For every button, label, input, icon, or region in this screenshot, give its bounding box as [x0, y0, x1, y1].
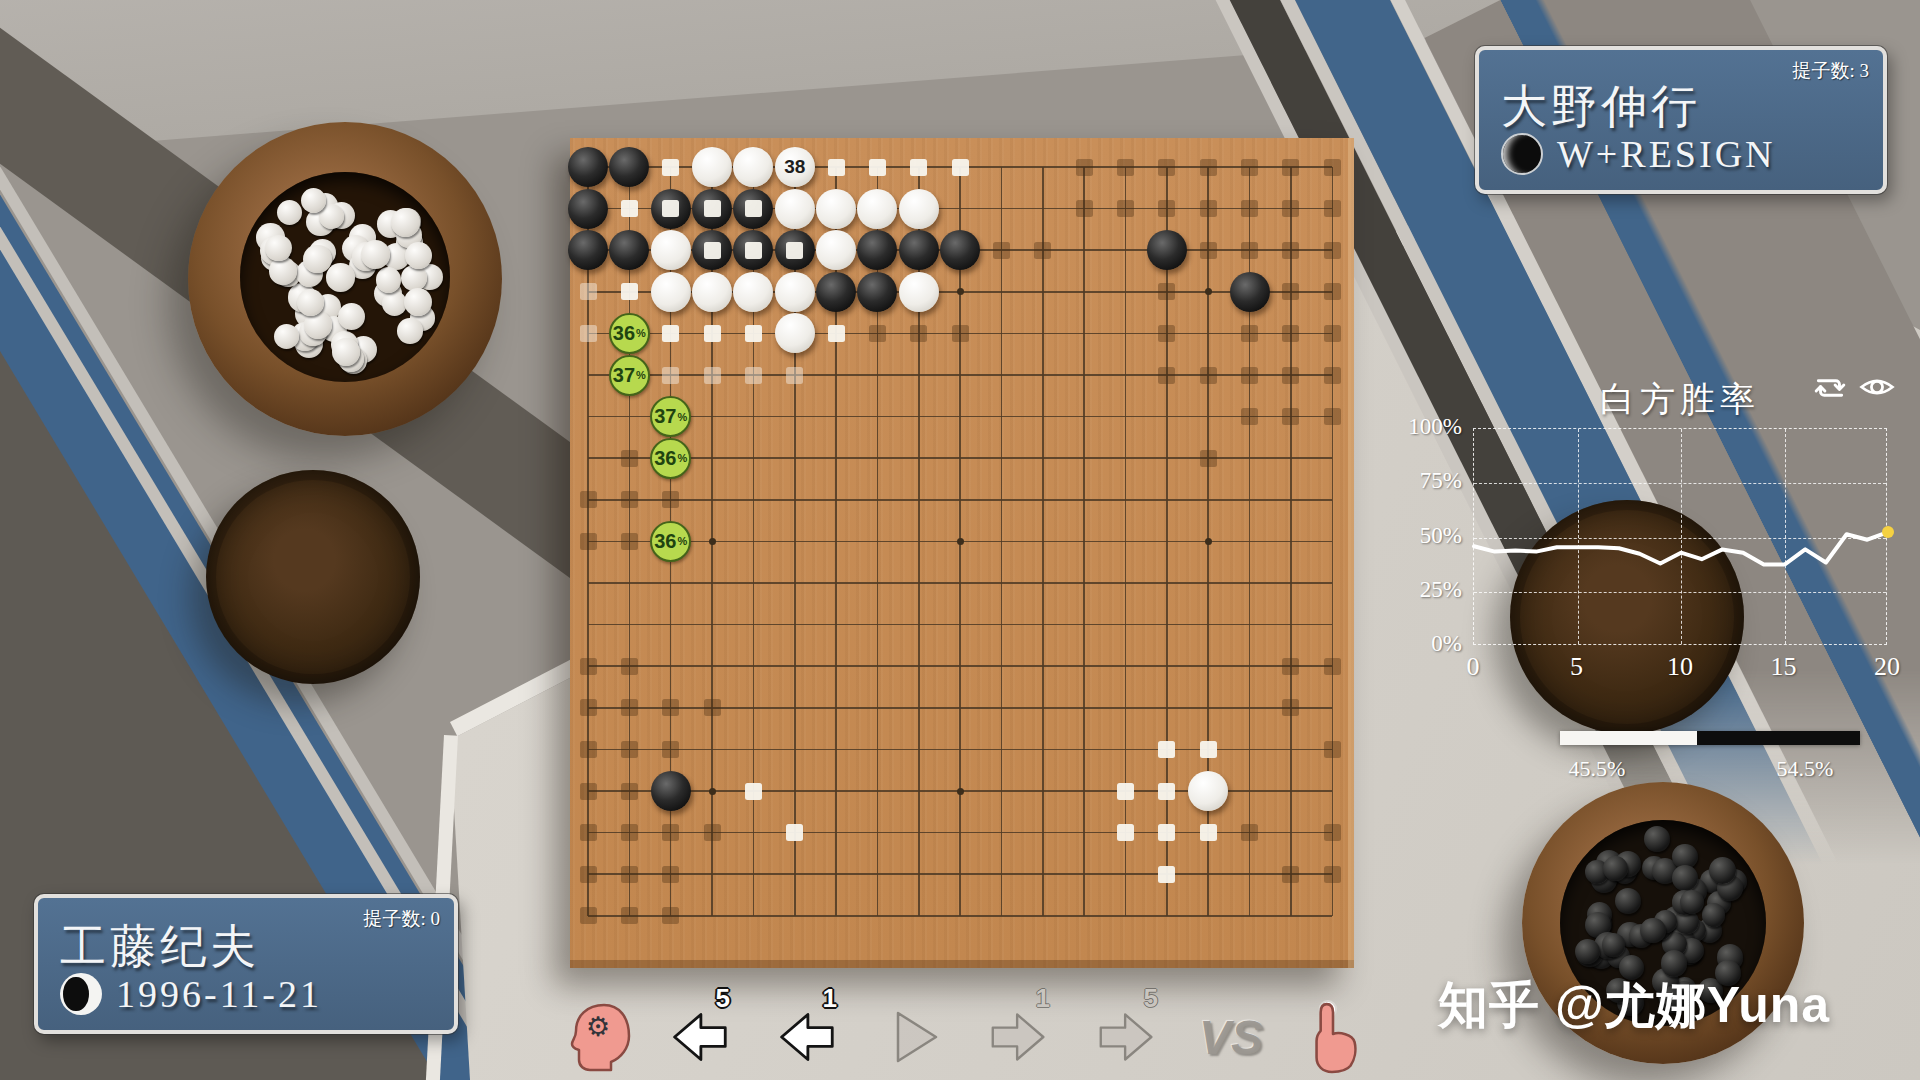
play-button[interactable]	[892, 995, 942, 1079]
white-winrate-label: 45.5%	[1552, 756, 1642, 782]
black-territory-mark	[580, 866, 597, 883]
black-stone	[609, 230, 649, 270]
black-territory-mark	[1282, 200, 1299, 217]
forward-1-button[interactable]: 1	[988, 995, 1050, 1079]
white-territory-mark	[704, 367, 721, 384]
black-territory-mark	[993, 242, 1010, 259]
white-bowl-stone	[401, 265, 427, 291]
black-stone	[568, 230, 608, 270]
white-bowl-stone	[297, 289, 324, 316]
black-bowl-stone	[1603, 856, 1628, 881]
black-winrate-label: 54.5%	[1760, 756, 1850, 782]
black-territory-mark	[1158, 325, 1175, 342]
black-territory-mark	[1324, 824, 1341, 841]
black-bowl-stone	[1575, 939, 1600, 964]
white-bowl-stone	[269, 257, 297, 285]
black-territory-mark	[1200, 450, 1217, 467]
go-review-app: 3836%37%37%36%36% 提子数: 3 大野伸行 W+RESIGN 提…	[0, 0, 1920, 1080]
winrate-bar	[1560, 731, 1860, 745]
black-territory-mark	[1076, 159, 1093, 176]
white-territory-mark	[828, 325, 845, 342]
white-territory-mark	[580, 283, 597, 300]
black-territory-mark	[1324, 242, 1341, 259]
black-territory-mark	[1324, 408, 1341, 425]
star-point	[957, 288, 964, 295]
black-territory-mark	[1034, 242, 1051, 259]
black-territory-mark	[1324, 367, 1341, 384]
grid-line-h	[588, 707, 1332, 709]
white-territory-mark	[704, 325, 721, 342]
white-bowl-stone	[376, 267, 401, 292]
black-stone	[816, 272, 856, 312]
black-territory-mark	[1241, 159, 1258, 176]
black-territory-mark	[1158, 159, 1175, 176]
star-point	[957, 538, 964, 545]
black-territory-mark	[1076, 200, 1093, 217]
black-bowl-stone	[1680, 890, 1704, 914]
white-stone	[733, 272, 773, 312]
black-territory-mark	[1117, 200, 1134, 217]
black-territory-mark	[580, 783, 597, 800]
white-stone	[692, 147, 732, 187]
black-territory-mark	[580, 658, 597, 675]
white-territory-mark	[745, 783, 762, 800]
black-territory-mark	[621, 866, 638, 883]
grid-line-v	[1042, 167, 1044, 916]
black-stone	[568, 189, 608, 229]
white-territory-mark	[1158, 783, 1175, 800]
go-board[interactable]: 3836%37%37%36%36%	[570, 138, 1354, 968]
versus-button[interactable]: VS	[1198, 995, 1264, 1079]
black-territory-mark	[621, 658, 638, 675]
white-territory-mark	[704, 242, 721, 259]
star-point	[709, 538, 716, 545]
black-territory-mark	[1241, 367, 1258, 384]
black-territory-mark	[621, 699, 638, 716]
black-territory-mark	[1241, 200, 1258, 217]
captures-count-top: 提子数: 3	[1792, 58, 1869, 84]
black-territory-mark	[910, 325, 927, 342]
black-territory-mark	[704, 824, 721, 841]
move-number: 38	[784, 156, 805, 178]
white-stone	[651, 272, 691, 312]
white-territory-mark	[1117, 824, 1134, 841]
star-point	[1205, 538, 1212, 545]
white-territory-mark	[621, 200, 638, 217]
black-territory-mark	[1200, 367, 1217, 384]
black-territory-mark	[662, 907, 679, 924]
replay-icon[interactable]	[1812, 372, 1848, 408]
black-territory-mark	[704, 699, 721, 716]
star-point	[709, 788, 716, 795]
white-stone	[857, 189, 897, 229]
black-territory-mark	[952, 325, 969, 342]
black-territory-mark	[1282, 242, 1299, 259]
star-point	[1205, 288, 1212, 295]
white-territory-mark	[745, 242, 762, 259]
white-territory-mark	[662, 159, 679, 176]
black-territory-mark	[1241, 824, 1258, 841]
bowl-lid-left	[206, 470, 420, 684]
game-result: W+RESIGN	[1557, 132, 1776, 176]
white-territory-mark	[1158, 824, 1175, 841]
black-territory-mark	[621, 824, 638, 841]
white-stone	[651, 230, 691, 270]
white-territory-mark	[786, 242, 803, 259]
black-territory-mark	[621, 491, 638, 508]
white-territory-mark	[1158, 866, 1175, 883]
black-territory-mark	[1200, 200, 1217, 217]
grid-line-v	[1083, 167, 1085, 916]
white-territory-mark	[745, 200, 762, 217]
black-bowl-stone	[1644, 826, 1670, 852]
black-stone	[857, 272, 897, 312]
white-bowl-stone	[391, 208, 420, 237]
black-stone	[609, 147, 649, 187]
game-date: 1996-11-21	[116, 972, 322, 1016]
white-bowl-stone	[326, 263, 355, 292]
white-territory-mark	[662, 325, 679, 342]
black-stone-icon	[1501, 133, 1543, 175]
black-stone	[1230, 272, 1270, 312]
black-territory-mark	[1282, 283, 1299, 300]
back-1-button[interactable]: 1	[775, 995, 837, 1079]
white-territory-mark	[786, 367, 803, 384]
white-territory-mark	[828, 159, 845, 176]
black-territory-mark	[1158, 200, 1175, 217]
ai-suggestion[interactable]: 36%	[650, 438, 691, 479]
black-territory-mark	[1158, 283, 1175, 300]
white-territory-mark	[1200, 824, 1217, 841]
black-territory-mark	[662, 824, 679, 841]
black-territory-mark	[1324, 741, 1341, 758]
white-territory-mark	[580, 325, 597, 342]
ai-suggestion[interactable]: 37%	[609, 355, 650, 396]
black-territory-mark	[1324, 283, 1341, 300]
black-bowl-stone	[1615, 888, 1642, 915]
black-territory-mark	[1158, 367, 1175, 384]
winrate-chart[interactable]	[1473, 428, 1887, 645]
player-name-top: 大野伸行	[1501, 76, 1701, 138]
black-territory-mark	[1282, 159, 1299, 176]
white-stone	[692, 272, 732, 312]
white-territory-mark	[952, 159, 969, 176]
white-territory-mark	[704, 200, 721, 217]
hand-pointer-button[interactable]	[1302, 995, 1364, 1079]
black-territory-mark	[1324, 159, 1341, 176]
black-territory-mark	[621, 783, 638, 800]
white-stone	[899, 189, 939, 229]
ai-suggestion[interactable]: 36%	[650, 521, 691, 562]
black-stone	[568, 147, 608, 187]
eye-icon[interactable]	[1858, 370, 1896, 408]
black-territory-mark	[580, 824, 597, 841]
white-bowl-stone	[277, 200, 302, 225]
white-stone	[816, 230, 856, 270]
gear-icon: ⚙	[586, 1011, 610, 1042]
white-territory-mark	[1200, 741, 1217, 758]
grid-line-h	[588, 665, 1332, 667]
black-territory-mark	[1117, 159, 1134, 176]
forward-1-label: 1	[1036, 983, 1050, 1014]
white-stone-bowl	[188, 122, 502, 436]
star-point	[957, 788, 964, 795]
grid-line-h	[588, 749, 1332, 751]
white-territory-mark	[1117, 783, 1134, 800]
white-stone	[816, 189, 856, 229]
white-bowl-stone	[265, 235, 291, 261]
black-territory-mark	[1324, 658, 1341, 675]
black-territory-mark	[580, 741, 597, 758]
black-territory-mark	[580, 533, 597, 550]
black-territory-mark	[580, 491, 597, 508]
black-stone	[940, 230, 980, 270]
black-territory-mark	[621, 533, 638, 550]
white-stone	[775, 272, 815, 312]
back-1-label: 1	[823, 983, 837, 1014]
white-territory-mark	[662, 200, 679, 217]
black-territory-mark	[1282, 325, 1299, 342]
ai-suggestion[interactable]: 37%	[650, 396, 691, 437]
black-territory-mark	[580, 907, 597, 924]
black-bowl-stone	[1702, 903, 1725, 926]
grid-line-v	[1166, 167, 1168, 916]
grid-line-h	[588, 832, 1332, 834]
ai-suggestion[interactable]: 36%	[609, 313, 650, 354]
forward-5-label: 5	[1144, 983, 1158, 1014]
watermark: 知乎 @尤娜Yuna	[1438, 972, 1908, 1039]
black-bowl-stone	[1709, 857, 1736, 884]
grid-line-v	[1332, 167, 1334, 916]
white-territory-mark	[621, 283, 638, 300]
grid-line-h	[588, 873, 1332, 875]
white-stone-bowl-stones	[240, 172, 450, 382]
black-bowl-stone	[1672, 865, 1698, 891]
winrate-bar-black	[1697, 731, 1861, 745]
black-territory-mark	[662, 866, 679, 883]
white-territory-mark	[745, 367, 762, 384]
white-bowl-stone	[404, 288, 432, 316]
forward-5-button[interactable]: 5	[1096, 995, 1158, 1079]
black-territory-mark	[662, 741, 679, 758]
white-stone	[775, 313, 815, 353]
white-stone	[1188, 771, 1228, 811]
black-territory-mark	[621, 741, 638, 758]
black-territory-mark	[1282, 408, 1299, 425]
white-territory-mark	[786, 824, 803, 841]
black-territory-mark	[662, 699, 679, 716]
white-bowl-stone	[301, 188, 326, 213]
black-territory-mark	[1241, 408, 1258, 425]
white-stone: 38	[775, 147, 815, 187]
white-bowl-stone	[405, 242, 432, 269]
navigation-bar: ⚙ 5 1 1 5	[540, 995, 1420, 1079]
grid-line-h	[588, 624, 1332, 626]
black-territory-mark	[1241, 325, 1258, 342]
black-territory-mark	[1324, 866, 1341, 883]
white-bowl-stone	[338, 303, 365, 330]
white-territory-mark	[1158, 741, 1175, 758]
grid-line-v	[1001, 167, 1003, 916]
black-stone	[899, 230, 939, 270]
white-stone	[733, 147, 773, 187]
black-territory-mark	[1324, 325, 1341, 342]
black-territory-mark	[580, 699, 597, 716]
grid-line-h	[588, 915, 1332, 917]
black-stone	[1147, 230, 1187, 270]
black-territory-mark	[1200, 159, 1217, 176]
player-card-top: 提子数: 3 大野伸行 W+RESIGN	[1475, 46, 1887, 194]
black-territory-mark	[869, 325, 886, 342]
chart-title: 白方胜率	[1540, 376, 1820, 423]
versus-label: VS	[1199, 1010, 1263, 1065]
black-stone	[857, 230, 897, 270]
white-territory-mark	[869, 159, 886, 176]
black-territory-mark	[1282, 866, 1299, 883]
black-bowl-stone	[1602, 933, 1626, 957]
white-territory-mark	[745, 325, 762, 342]
black-territory-mark	[1324, 200, 1341, 217]
black-territory-mark	[1282, 699, 1299, 716]
winrate-bar-white	[1560, 731, 1697, 745]
white-territory-mark	[662, 367, 679, 384]
white-stone	[899, 272, 939, 312]
black-territory-mark	[1282, 658, 1299, 675]
white-stone	[775, 189, 815, 229]
black-territory-mark	[1282, 367, 1299, 384]
black-stone	[651, 771, 691, 811]
black-bowl-stone	[1640, 918, 1666, 944]
white-bowl-stone	[274, 324, 299, 349]
white-bowl-stone	[397, 318, 423, 344]
white-territory-mark	[910, 159, 927, 176]
black-territory-mark	[662, 491, 679, 508]
black-territory-mark	[621, 907, 638, 924]
player-name-bottom: 工藤纪夫	[60, 916, 260, 978]
grid-line-v	[1125, 167, 1127, 916]
black-territory-mark	[1200, 242, 1217, 259]
white-stone-icon	[60, 973, 102, 1015]
grid-line-h	[588, 582, 1332, 584]
ai-analysis-button[interactable]: ⚙	[566, 995, 636, 1079]
back-5-label: 5	[716, 983, 730, 1014]
grid-line-v	[1290, 167, 1292, 916]
black-territory-mark	[621, 450, 638, 467]
captures-count-bottom: 提子数: 0	[363, 906, 440, 932]
back-5-button[interactable]: 5	[668, 995, 730, 1079]
player-card-bottom: 提子数: 0 工藤纪夫 1996-11-21	[34, 894, 458, 1034]
black-territory-mark	[1241, 242, 1258, 259]
